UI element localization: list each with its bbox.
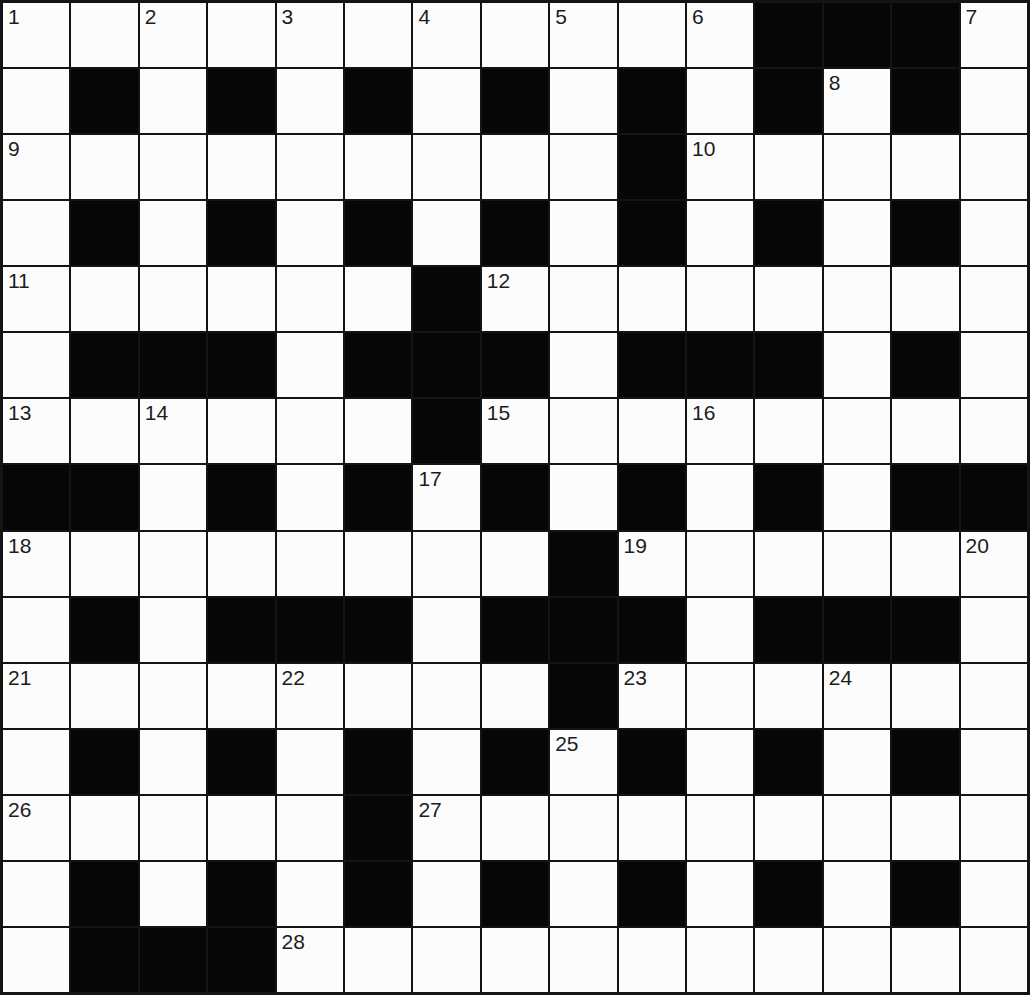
white-cell-r10c11[interactable] — [687, 598, 753, 662]
white-cell-r15c11[interactable] — [687, 928, 753, 992]
white-cell-r8c3[interactable] — [140, 465, 206, 529]
black-cell-r2c2 — [71, 69, 137, 133]
white-cell-r9c11[interactable] — [687, 532, 753, 596]
white-cell-r3c15[interactable] — [961, 135, 1027, 199]
white-cell-r3c14[interactable] — [892, 135, 958, 199]
white-cell-r10c1[interactable] — [3, 598, 69, 662]
black-cell-r6c14 — [892, 333, 958, 397]
white-cell-r4c15[interactable] — [961, 201, 1027, 265]
clue-number-2: 2 — [145, 5, 157, 29]
black-cell-r6c7 — [413, 333, 479, 397]
white-cell-r2c1[interactable] — [3, 69, 69, 133]
white-cell-r15c14[interactable] — [892, 928, 958, 992]
white-cell-r13c5[interactable] — [277, 796, 343, 860]
clue-number-28: 28 — [282, 930, 305, 954]
white-cell-r3c7[interactable] — [413, 135, 479, 199]
black-cell-r10c8 — [482, 598, 548, 662]
black-cell-r1c13 — [824, 3, 890, 67]
white-cell-r4c1[interactable] — [3, 201, 69, 265]
white-cell-r11c10[interactable]: 23 — [619, 664, 685, 728]
white-cell-r11c3[interactable] — [140, 664, 206, 728]
clue-number-10: 10 — [692, 137, 715, 161]
white-cell-r5c2[interactable] — [71, 267, 137, 331]
white-cell-r1c6[interactable] — [345, 3, 411, 67]
white-cell-r11c2[interactable] — [71, 664, 137, 728]
white-cell-r9c6[interactable] — [345, 532, 411, 596]
black-cell-r12c6 — [345, 730, 411, 794]
white-cell-r1c15[interactable]: 7 — [961, 3, 1027, 67]
clue-number-19: 19 — [624, 534, 647, 558]
black-cell-r2c4 — [208, 69, 274, 133]
white-cell-r12c9[interactable]: 25 — [550, 730, 616, 794]
clue-number-4: 4 — [418, 5, 430, 29]
white-cell-r13c10[interactable] — [619, 796, 685, 860]
white-cell-r9c12[interactable] — [755, 532, 821, 596]
clue-number-12: 12 — [487, 269, 510, 293]
white-cell-r2c7[interactable] — [413, 69, 479, 133]
white-cell-r13c3[interactable] — [140, 796, 206, 860]
black-cell-r14c8 — [482, 862, 548, 926]
black-cell-r12c8 — [482, 730, 548, 794]
white-cell-r12c11[interactable] — [687, 730, 753, 794]
black-cell-r14c10 — [619, 862, 685, 926]
white-cell-r2c11[interactable] — [687, 69, 753, 133]
white-cell-r7c1[interactable]: 13 — [3, 399, 69, 463]
white-cell-r4c7[interactable] — [413, 201, 479, 265]
black-cell-r2c6 — [345, 69, 411, 133]
black-cell-r6c12 — [755, 333, 821, 397]
white-cell-r7c6[interactable] — [345, 399, 411, 463]
white-cell-r7c4[interactable] — [208, 399, 274, 463]
white-cell-r9c8[interactable] — [482, 532, 548, 596]
black-cell-r11c9 — [550, 664, 616, 728]
clue-number-1: 1 — [8, 5, 20, 29]
white-cell-r10c15[interactable] — [961, 598, 1027, 662]
white-cell-r12c3[interactable] — [140, 730, 206, 794]
white-cell-r15c12[interactable] — [755, 928, 821, 992]
white-cell-r9c4[interactable] — [208, 532, 274, 596]
clue-number-13: 13 — [8, 401, 31, 425]
white-cell-r6c9[interactable] — [550, 333, 616, 397]
black-cell-r10c2 — [71, 598, 137, 662]
black-cell-r8c12 — [755, 465, 821, 529]
black-cell-r9c9 — [550, 532, 616, 596]
black-cell-r2c12 — [755, 69, 821, 133]
white-cell-r9c2[interactable] — [71, 532, 137, 596]
white-cell-r1c9[interactable]: 5 — [550, 3, 616, 67]
white-cell-r13c2[interactable] — [71, 796, 137, 860]
white-cell-r3c6[interactable] — [345, 135, 411, 199]
black-cell-r4c14 — [892, 201, 958, 265]
white-cell-r3c2[interactable] — [71, 135, 137, 199]
white-cell-r13c12[interactable] — [755, 796, 821, 860]
white-cell-r7c12[interactable] — [755, 399, 821, 463]
white-cell-r11c13[interactable]: 24 — [824, 664, 890, 728]
white-cell-r3c12[interactable] — [755, 135, 821, 199]
white-cell-r5c10[interactable] — [619, 267, 685, 331]
white-cell-r14c15[interactable] — [961, 862, 1027, 926]
white-cell-r5c15[interactable] — [961, 267, 1027, 331]
white-cell-r3c13[interactable] — [824, 135, 890, 199]
white-cell-r13c11[interactable] — [687, 796, 753, 860]
white-cell-r14c3[interactable] — [140, 862, 206, 926]
white-cell-r7c15[interactable] — [961, 399, 1027, 463]
white-cell-r9c10[interactable]: 19 — [619, 532, 685, 596]
white-cell-r11c14[interactable] — [892, 664, 958, 728]
white-cell-r11c6[interactable] — [345, 664, 411, 728]
clue-number-14: 14 — [145, 401, 168, 425]
black-cell-r1c12 — [755, 3, 821, 67]
white-cell-r5c11[interactable] — [687, 267, 753, 331]
black-cell-r8c8 — [482, 465, 548, 529]
black-cell-r4c6 — [345, 201, 411, 265]
black-cell-r10c4 — [208, 598, 274, 662]
black-cell-r10c9 — [550, 598, 616, 662]
white-cell-r11c1[interactable]: 21 — [3, 664, 69, 728]
white-cell-r12c15[interactable] — [961, 730, 1027, 794]
black-cell-r13c6 — [345, 796, 411, 860]
white-cell-r6c5[interactable] — [277, 333, 343, 397]
white-cell-r15c13[interactable] — [824, 928, 890, 992]
white-cell-r6c15[interactable] — [961, 333, 1027, 397]
black-cell-r6c11 — [687, 333, 753, 397]
clue-number-8: 8 — [829, 71, 841, 95]
black-cell-r14c6 — [345, 862, 411, 926]
black-cell-r6c10 — [619, 333, 685, 397]
white-cell-r6c13[interactable] — [824, 333, 890, 397]
clue-number-24: 24 — [829, 666, 852, 690]
black-cell-r12c10 — [619, 730, 685, 794]
white-cell-r15c5[interactable]: 28 — [277, 928, 343, 992]
black-cell-r8c14 — [892, 465, 958, 529]
black-cell-r2c8 — [482, 69, 548, 133]
clue-number-22: 22 — [282, 666, 305, 690]
white-cell-r15c9[interactable] — [550, 928, 616, 992]
black-cell-r10c13 — [824, 598, 890, 662]
clue-number-21: 21 — [8, 666, 31, 690]
black-cell-r15c3 — [140, 928, 206, 992]
white-cell-r11c15[interactable] — [961, 664, 1027, 728]
white-cell-r3c8[interactable] — [482, 135, 548, 199]
black-cell-r6c8 — [482, 333, 548, 397]
white-cell-r3c3[interactable] — [140, 135, 206, 199]
white-cell-r12c7[interactable] — [413, 730, 479, 794]
clue-number-3: 3 — [282, 5, 294, 29]
white-cell-r14c7[interactable] — [413, 862, 479, 926]
clue-number-5: 5 — [555, 5, 567, 29]
black-cell-r15c4 — [208, 928, 274, 992]
white-cell-r1c11[interactable]: 6 — [687, 3, 753, 67]
black-cell-r10c10 — [619, 598, 685, 662]
white-cell-r9c7[interactable] — [413, 532, 479, 596]
black-cell-r8c2 — [71, 465, 137, 529]
white-cell-r1c10[interactable] — [619, 3, 685, 67]
black-cell-r12c4 — [208, 730, 274, 794]
white-cell-r7c2[interactable] — [71, 399, 137, 463]
black-cell-r12c14 — [892, 730, 958, 794]
white-cell-r11c4[interactable] — [208, 664, 274, 728]
clue-number-26: 26 — [8, 798, 31, 822]
white-cell-r9c15[interactable]: 20 — [961, 532, 1027, 596]
white-cell-r9c14[interactable] — [892, 532, 958, 596]
white-cell-r3c1[interactable]: 9 — [3, 135, 69, 199]
white-cell-r7c8[interactable]: 15 — [482, 399, 548, 463]
white-cell-r2c15[interactable] — [961, 69, 1027, 133]
black-cell-r14c4 — [208, 862, 274, 926]
white-cell-r4c3[interactable] — [140, 201, 206, 265]
black-cell-r4c12 — [755, 201, 821, 265]
white-cell-r3c9[interactable] — [550, 135, 616, 199]
white-cell-r15c1[interactable] — [3, 928, 69, 992]
black-cell-r4c10 — [619, 201, 685, 265]
white-cell-r5c14[interactable] — [892, 267, 958, 331]
white-cell-r13c15[interactable] — [961, 796, 1027, 860]
white-cell-r5c8[interactable]: 12 — [482, 267, 548, 331]
white-cell-r7c14[interactable] — [892, 399, 958, 463]
clue-number-9: 9 — [8, 137, 20, 161]
clue-number-27: 27 — [418, 798, 441, 822]
white-cell-r1c4[interactable] — [208, 3, 274, 67]
white-cell-r14c11[interactable] — [687, 862, 753, 926]
white-cell-r12c13[interactable] — [824, 730, 890, 794]
clue-number-20: 20 — [966, 534, 989, 558]
black-cell-r12c2 — [71, 730, 137, 794]
white-cell-r9c3[interactable] — [140, 532, 206, 596]
white-cell-r13c7[interactable]: 27 — [413, 796, 479, 860]
white-cell-r14c1[interactable] — [3, 862, 69, 926]
black-cell-r15c2 — [71, 928, 137, 992]
white-cell-r5c9[interactable] — [550, 267, 616, 331]
white-cell-r9c13[interactable] — [824, 532, 890, 596]
white-cell-r1c1[interactable]: 1 — [3, 3, 69, 67]
white-cell-r7c13[interactable] — [824, 399, 890, 463]
white-cell-r12c5[interactable] — [277, 730, 343, 794]
white-cell-r15c6[interactable] — [345, 928, 411, 992]
white-cell-r13c4[interactable] — [208, 796, 274, 860]
white-cell-r11c5[interactable]: 22 — [277, 664, 343, 728]
clue-number-6: 6 — [692, 5, 704, 29]
black-cell-r1c14 — [892, 3, 958, 67]
white-cell-r5c12[interactable] — [755, 267, 821, 331]
black-cell-r5c7 — [413, 267, 479, 331]
white-cell-r9c1[interactable]: 18 — [3, 532, 69, 596]
black-cell-r14c12 — [755, 862, 821, 926]
white-cell-r4c13[interactable] — [824, 201, 890, 265]
white-cell-r7c9[interactable] — [550, 399, 616, 463]
black-cell-r14c14 — [892, 862, 958, 926]
black-cell-r2c14 — [892, 69, 958, 133]
white-cell-r13c1[interactable]: 26 — [3, 796, 69, 860]
black-cell-r6c6 — [345, 333, 411, 397]
clue-number-16: 16 — [692, 401, 715, 425]
black-cell-r4c8 — [482, 201, 548, 265]
white-cell-r1c8[interactable] — [482, 3, 548, 67]
white-cell-r5c4[interactable] — [208, 267, 274, 331]
clue-number-18: 18 — [8, 534, 31, 558]
black-cell-r10c14 — [892, 598, 958, 662]
white-cell-r10c7[interactable] — [413, 598, 479, 662]
white-cell-r15c8[interactable] — [482, 928, 548, 992]
white-cell-r2c3[interactable] — [140, 69, 206, 133]
clue-number-17: 17 — [418, 467, 441, 491]
white-cell-r5c5[interactable] — [277, 267, 343, 331]
white-cell-r13c8[interactable] — [482, 796, 548, 860]
white-cell-r7c3[interactable]: 14 — [140, 399, 206, 463]
black-cell-r8c4 — [208, 465, 274, 529]
white-cell-r4c9[interactable] — [550, 201, 616, 265]
white-cell-r11c12[interactable] — [755, 664, 821, 728]
white-cell-r5c13[interactable] — [824, 267, 890, 331]
black-cell-r4c4 — [208, 201, 274, 265]
white-cell-r9c5[interactable] — [277, 532, 343, 596]
white-cell-r3c5[interactable] — [277, 135, 343, 199]
clue-number-25: 25 — [555, 732, 578, 756]
white-cell-r1c2[interactable] — [71, 3, 137, 67]
white-cell-r8c5[interactable] — [277, 465, 343, 529]
white-cell-r15c10[interactable] — [619, 928, 685, 992]
white-cell-r14c13[interactable] — [824, 862, 890, 926]
white-cell-r4c11[interactable] — [687, 201, 753, 265]
white-cell-r8c7[interactable]: 17 — [413, 465, 479, 529]
black-cell-r10c12 — [755, 598, 821, 662]
white-cell-r15c15[interactable] — [961, 928, 1027, 992]
clue-number-11: 11 — [8, 269, 30, 293]
white-cell-r5c3[interactable] — [140, 267, 206, 331]
white-cell-r2c9[interactable] — [550, 69, 616, 133]
black-cell-r8c6 — [345, 465, 411, 529]
white-cell-r3c11[interactable]: 10 — [687, 135, 753, 199]
black-cell-r10c6 — [345, 598, 411, 662]
black-cell-r8c15 — [961, 465, 1027, 529]
black-cell-r8c1 — [3, 465, 69, 529]
white-cell-r12c1[interactable] — [3, 730, 69, 794]
white-cell-r4c5[interactable] — [277, 201, 343, 265]
white-cell-r11c7[interactable] — [413, 664, 479, 728]
black-cell-r8c10 — [619, 465, 685, 529]
black-cell-r10c5 — [277, 598, 343, 662]
black-cell-r7c7 — [413, 399, 479, 463]
white-cell-r7c11[interactable]: 16 — [687, 399, 753, 463]
white-cell-r6c1[interactable] — [3, 333, 69, 397]
white-cell-r7c5[interactable] — [277, 399, 343, 463]
white-cell-r15c7[interactable] — [413, 928, 479, 992]
white-cell-r1c7[interactable]: 4 — [413, 3, 479, 67]
white-cell-r13c14[interactable] — [892, 796, 958, 860]
black-cell-r6c3 — [140, 333, 206, 397]
white-cell-r8c13[interactable] — [824, 465, 890, 529]
black-cell-r3c10 — [619, 135, 685, 199]
black-cell-r6c4 — [208, 333, 274, 397]
white-cell-r11c11[interactable] — [687, 664, 753, 728]
white-cell-r5c1[interactable]: 11 — [3, 267, 69, 331]
white-cell-r2c13[interactable]: 8 — [824, 69, 890, 133]
white-cell-r10c3[interactable] — [140, 598, 206, 662]
clue-number-23: 23 — [624, 666, 647, 690]
white-cell-r2c5[interactable] — [277, 69, 343, 133]
clue-number-15: 15 — [487, 401, 510, 425]
white-cell-r13c9[interactable] — [550, 796, 616, 860]
white-cell-r5c6[interactable] — [345, 267, 411, 331]
crossword-board: 1234567891011121314151617181920212223242… — [0, 0, 1030, 995]
black-cell-r12c12 — [755, 730, 821, 794]
white-cell-r3c4[interactable] — [208, 135, 274, 199]
black-cell-r4c2 — [71, 201, 137, 265]
white-cell-r8c11[interactable] — [687, 465, 753, 529]
white-cell-r1c3[interactable]: 2 — [140, 3, 206, 67]
white-cell-r7c10[interactable] — [619, 399, 685, 463]
white-cell-r8c9[interactable] — [550, 465, 616, 529]
white-cell-r14c5[interactable] — [277, 862, 343, 926]
clue-number-7: 7 — [966, 5, 978, 29]
black-cell-r2c10 — [619, 69, 685, 133]
white-cell-r13c13[interactable] — [824, 796, 890, 860]
white-cell-r11c8[interactable] — [482, 664, 548, 728]
white-cell-r1c5[interactable]: 3 — [277, 3, 343, 67]
black-cell-r14c2 — [71, 862, 137, 926]
black-cell-r6c2 — [71, 333, 137, 397]
white-cell-r14c9[interactable] — [550, 862, 616, 926]
